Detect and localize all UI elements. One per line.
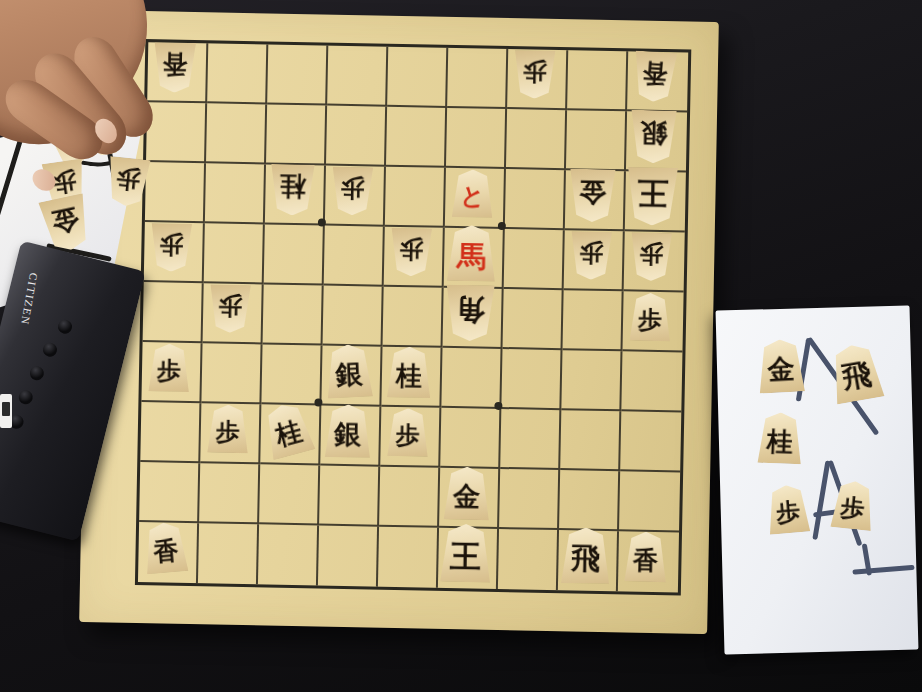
piece-kanji: 王 [637, 178, 669, 216]
board-square[interactable] [199, 463, 260, 524]
piece-kanji: 歩 [639, 242, 664, 272]
piece-kanji: 歩 [92, 115, 123, 150]
piece-kanji: 桂 [271, 411, 304, 449]
piece-kanji: 銀 [54, 118, 90, 158]
board-square[interactable] [259, 464, 320, 525]
board-square[interactable] [318, 526, 379, 587]
board-square[interactable] [567, 50, 628, 111]
board-square[interactable] [201, 343, 262, 404]
clock-brand-label: CITIZEN [19, 272, 40, 327]
piece-kanji: 歩 [775, 493, 802, 525]
board-square[interactable] [261, 344, 322, 405]
piece-kanji: 銀 [640, 120, 668, 154]
board-square[interactable] [264, 224, 325, 285]
piece-kanji: 歩 [114, 166, 141, 198]
clock-button[interactable] [17, 389, 34, 406]
board-square[interactable] [560, 410, 621, 471]
clock-button[interactable] [41, 341, 58, 358]
board-square[interactable] [387, 47, 448, 108]
board-square[interactable] [446, 108, 507, 169]
piece-kanji: 飛 [839, 353, 874, 393]
piece-kanji: 歩 [157, 352, 182, 382]
board-square[interactable] [440, 408, 501, 469]
board-square[interactable] [258, 524, 319, 585]
board-square[interactable] [386, 107, 447, 168]
piece-kanji: 桂 [396, 356, 423, 388]
piece-kanji: 歩 [218, 294, 243, 324]
board-square[interactable] [501, 349, 562, 410]
piece-kanji: 王 [450, 534, 482, 572]
board-square[interactable] [621, 351, 682, 412]
board-square[interactable] [206, 103, 267, 164]
piece-kanji: 香 [641, 61, 668, 94]
piece-kanji: 歩 [579, 241, 604, 271]
piece-kanji: 香 [633, 541, 659, 572]
board-square[interactable] [324, 226, 385, 287]
board-square[interactable] [498, 529, 559, 590]
piece-kanji: 金 [453, 476, 481, 510]
shogi-photo-scene: 香歩香銀桂歩と金王歩歩馬歩歩歩角歩歩銀桂歩桂銀歩金香王飛香 CITIZEN 金飛… [0, 0, 922, 692]
board-square[interactable] [204, 223, 265, 284]
board-square[interactable] [447, 48, 508, 109]
board-square[interactable] [561, 350, 622, 411]
piece-kanji: 馬 [457, 235, 487, 271]
board-square[interactable] [266, 104, 327, 165]
piece-kanji: 金 [767, 349, 796, 383]
piece-kanji: 銀 [334, 414, 362, 448]
board-square[interactable] [198, 523, 259, 584]
board-square[interactable] [620, 411, 681, 472]
piece-kanji: 桂 [766, 422, 793, 455]
piece-kanji: 歩 [216, 414, 241, 444]
piece-kanji: 香 [152, 531, 180, 564]
piece-kanji: 歩 [638, 302, 663, 332]
board-square[interactable] [326, 106, 387, 167]
board-square[interactable] [499, 469, 560, 530]
piece-kanji: 飛 [571, 538, 601, 574]
board-square[interactable] [378, 527, 439, 588]
board-pieces-layer: 香歩香銀桂歩と金王歩歩馬歩歩歩角歩歩銀桂歩桂銀歩金香王飛香 [91, 10, 719, 22]
board-square[interactable] [327, 46, 388, 107]
piece-kanji: 銀 [335, 354, 364, 388]
board-square[interactable] [505, 169, 566, 230]
board-square[interactable] [139, 462, 200, 523]
piece-kanji: 金 [49, 205, 82, 243]
piece-kanji: 歩 [340, 176, 365, 206]
board-square[interactable] [500, 409, 561, 470]
clock-button[interactable] [57, 318, 74, 335]
board-square[interactable] [319, 466, 380, 527]
board-square[interactable] [205, 163, 266, 224]
card-marker-stroke [812, 460, 830, 540]
board-square[interactable] [267, 44, 328, 105]
clock-button[interactable] [28, 365, 45, 382]
card-marker-stroke [852, 565, 914, 575]
shogi-board: 香歩香銀桂歩と金王歩歩馬歩歩歩角歩歩銀桂歩桂銀歩金香王飛香 [79, 10, 719, 634]
board-square[interactable] [566, 110, 627, 171]
board-square[interactable] [146, 102, 207, 163]
board-square[interactable] [140, 402, 201, 463]
board-square[interactable] [562, 290, 623, 351]
piece-kanji: 香 [162, 52, 188, 83]
board-square[interactable] [323, 286, 384, 347]
clock-side-sticker [0, 394, 12, 428]
board-square[interactable] [383, 287, 444, 348]
board-square[interactable] [559, 470, 620, 531]
piece-kanji: 歩 [522, 59, 547, 89]
piece-kanji: 桂 [279, 174, 306, 206]
piece-kanji: 歩 [396, 417, 421, 447]
board-square[interactable] [506, 109, 567, 170]
board-square[interactable] [143, 282, 204, 343]
piece-kanji: 歩 [159, 232, 184, 262]
board-square[interactable] [441, 348, 502, 409]
piece-kanji: 角 [455, 295, 485, 331]
board-square[interactable] [379, 467, 440, 528]
board-square[interactable] [145, 162, 206, 223]
board-square[interactable] [619, 471, 680, 532]
board-square[interactable] [504, 229, 565, 290]
board-square[interactable] [263, 284, 324, 345]
piece-kanji: と [460, 178, 485, 208]
piece-kanji: 歩 [839, 489, 866, 521]
board-square[interactable] [207, 43, 268, 104]
board-square[interactable] [385, 167, 446, 228]
sente-komadai-card [716, 306, 919, 655]
piece-kanji: 歩 [399, 237, 424, 267]
piece-kanji: 金 [579, 179, 607, 213]
komadai-sketch-line [0, 119, 29, 251]
board-square[interactable] [503, 289, 564, 350]
